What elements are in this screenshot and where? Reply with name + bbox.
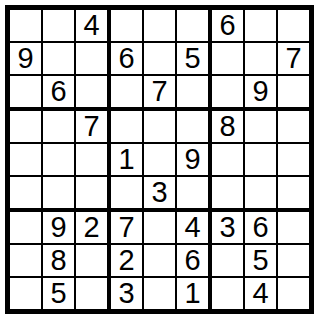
cell-r3c7[interactable] [212,76,245,111]
cell-r9c5[interactable] [144,278,177,309]
cell-r9c7[interactable] [212,278,245,309]
cell-r3c6[interactable] [177,76,212,111]
cell-r8c6: 6 [177,245,212,278]
cell-r1c5[interactable] [144,10,177,43]
cell-r3c2: 6 [43,76,76,111]
cell-r8c2: 8 [43,245,76,278]
cell-r9c9[interactable] [278,278,309,309]
cell-r7c8: 6 [245,212,278,245]
cell-r5c4: 1 [111,144,144,177]
cell-r6c2[interactable] [43,177,76,212]
cell-r7c6: 4 [177,212,212,245]
cell-r7c5[interactable] [144,212,177,245]
cell-r4c6[interactable] [177,111,212,144]
cell-r6c4[interactable] [111,177,144,212]
cell-r9c4: 3 [111,278,144,309]
cell-r9c6: 1 [177,278,212,309]
cell-r4c5[interactable] [144,111,177,144]
cell-r3c5: 7 [144,76,177,111]
cell-r8c1[interactable] [10,245,43,278]
cell-r2c4: 6 [111,43,144,76]
cell-r7c4: 7 [111,212,144,245]
cell-r6c8[interactable] [245,177,278,212]
cell-r7c7: 3 [212,212,245,245]
cell-r8c8: 5 [245,245,278,278]
cell-r6c1[interactable] [10,177,43,212]
sudoku-page: 4696576797819392743682655314 [0,0,320,320]
cell-r6c5: 3 [144,177,177,212]
cell-r2c7[interactable] [212,43,245,76]
cell-r8c5[interactable] [144,245,177,278]
cell-r4c1[interactable] [10,111,43,144]
cell-r2c8[interactable] [245,43,278,76]
cell-r7c9[interactable] [278,212,309,245]
cell-r4c9[interactable] [278,111,309,144]
cell-r6c6[interactable] [177,177,212,212]
cell-r5c1[interactable] [10,144,43,177]
cell-r8c4: 2 [111,245,144,278]
cell-r5c7[interactable] [212,144,245,177]
cell-r4c4[interactable] [111,111,144,144]
cell-r1c9[interactable] [278,10,309,43]
cell-r1c4[interactable] [111,10,144,43]
cell-r2c9: 7 [278,43,309,76]
cell-r1c6[interactable] [177,10,212,43]
cell-r1c3: 4 [76,10,111,43]
sudoku-board: 4696576797819392743682655314 [5,5,314,314]
cell-r9c2: 5 [43,278,76,309]
cell-r3c8: 9 [245,76,278,111]
cell-r9c3[interactable] [76,278,111,309]
cell-r6c9[interactable] [278,177,309,212]
cell-r2c5[interactable] [144,43,177,76]
cell-r8c9[interactable] [278,245,309,278]
cell-r7c2: 9 [43,212,76,245]
cell-r4c7: 8 [212,111,245,144]
cell-r2c1: 9 [10,43,43,76]
cell-r7c1[interactable] [10,212,43,245]
cell-r4c2[interactable] [43,111,76,144]
cell-r3c4[interactable] [111,76,144,111]
cell-r4c3: 7 [76,111,111,144]
cell-r7c3: 2 [76,212,111,245]
cell-r5c6: 9 [177,144,212,177]
cell-r2c2[interactable] [43,43,76,76]
cell-r5c9[interactable] [278,144,309,177]
cell-r6c3[interactable] [76,177,111,212]
cell-r9c8: 4 [245,278,278,309]
cell-r1c1[interactable] [10,10,43,43]
cell-r3c9[interactable] [278,76,309,111]
cell-r5c5[interactable] [144,144,177,177]
cell-r5c8[interactable] [245,144,278,177]
cell-r4c8[interactable] [245,111,278,144]
cell-r9c1[interactable] [10,278,43,309]
cell-r3c3[interactable] [76,76,111,111]
cell-r2c6: 5 [177,43,212,76]
cell-r1c2[interactable] [43,10,76,43]
cell-r1c8[interactable] [245,10,278,43]
cell-r8c3[interactable] [76,245,111,278]
cell-r6c7[interactable] [212,177,245,212]
cell-r8c7[interactable] [212,245,245,278]
cell-r3c1[interactable] [10,76,43,111]
cell-r5c3[interactable] [76,144,111,177]
cell-r5c2[interactable] [43,144,76,177]
cell-r2c3[interactable] [76,43,111,76]
cell-r1c7: 6 [212,10,245,43]
